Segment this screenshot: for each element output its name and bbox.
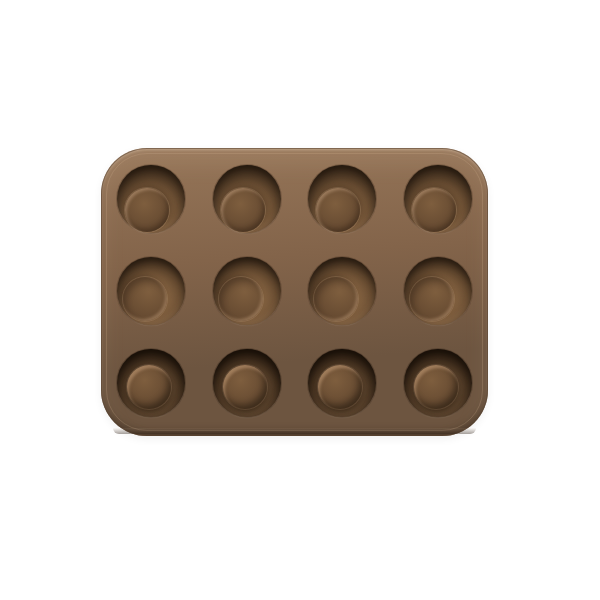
muffin-cup-grid [103,153,486,429]
muffin-cup-r1c3 [295,153,391,245]
muffin-cup-bottom [223,365,267,409]
muffin-cup-r3c2 [199,337,295,429]
muffin-cup-bottom [219,277,263,321]
muffin-cup-well [213,257,281,325]
muffin-cup-well [308,257,376,325]
muffin-cup-well [117,349,185,417]
muffin-cup-bottom [221,188,265,232]
muffin-cup-bottom [414,365,458,409]
muffin-cup-r2c1 [103,245,199,337]
muffin-cup-r3c3 [295,337,391,429]
muffin-cup-well [308,165,376,233]
muffin-cup-bottom [125,188,169,232]
muffin-cup-well [308,349,376,417]
muffin-cup-well [213,349,281,417]
muffin-cup-r1c4 [390,153,486,245]
muffin-cup-bottom [123,277,167,321]
muffin-cup-well [213,165,281,233]
muffin-cup-well [404,257,472,325]
muffin-cup-r2c3 [295,245,391,337]
muffin-cup-well [117,165,185,233]
muffin-cup-well [117,257,185,325]
muffin-cup-bottom [127,365,171,409]
muffin-cup-r3c4 [390,337,486,429]
muffin-cup-bottom [316,188,360,232]
muffin-cup-r1c1 [103,153,199,245]
muffin-cup-r1c2 [199,153,295,245]
muffin-cup-r2c2 [199,245,295,337]
photo-canvas [0,0,600,600]
muffin-cup-bottom [410,277,454,321]
muffin-pan [101,148,488,436]
muffin-cup-bottom [314,277,358,321]
muffin-cup-r2c4 [390,245,486,337]
muffin-cup-r3c1 [103,337,199,429]
muffin-cup-well [404,349,472,417]
muffin-cup-bottom [318,365,362,409]
muffin-cup-well [404,165,472,233]
muffin-cup-bottom [412,188,456,232]
